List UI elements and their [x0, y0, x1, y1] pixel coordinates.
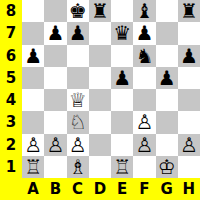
- rank-label-5: 5: [0, 67, 22, 89]
- square-a2[interactable]: ♙: [22, 134, 44, 156]
- square-e2[interactable]: [111, 134, 133, 156]
- square-h2[interactable]: ♙: [178, 134, 200, 156]
- square-b7[interactable]: ♟: [44, 22, 66, 44]
- square-f7[interactable]: ♟: [133, 22, 155, 44]
- square-c7[interactable]: ♟: [67, 22, 89, 44]
- file-label-f: F: [133, 178, 155, 200]
- black-rook-icon: ♜: [91, 1, 109, 21]
- file-label-c: C: [67, 178, 89, 200]
- rank-label-2: 2: [0, 134, 22, 156]
- square-b6[interactable]: [44, 45, 66, 67]
- square-b2[interactable]: ♙: [44, 134, 66, 156]
- file-label-e: E: [111, 178, 133, 200]
- square-g8[interactable]: [156, 0, 178, 22]
- white-pawn-icon: ♙: [69, 135, 87, 155]
- square-b3[interactable]: [44, 111, 66, 133]
- square-h3[interactable]: [178, 111, 200, 133]
- rank-label-8: 8: [0, 0, 22, 22]
- coordinate-corner: [0, 178, 22, 200]
- file-label-b: B: [44, 178, 66, 200]
- square-a6[interactable]: ♟: [22, 45, 44, 67]
- square-a7[interactable]: [22, 22, 44, 44]
- square-c1[interactable]: ♗: [67, 156, 89, 178]
- rank-label-3: 3: [0, 111, 22, 133]
- black-bishop-icon: ♝: [135, 1, 153, 21]
- square-b4[interactable]: [44, 89, 66, 111]
- black-pawn-icon: ♟: [46, 23, 64, 43]
- file-label-a: A: [22, 178, 44, 200]
- chess-diagram: 87654321 ♚♜♝♜♟♟♛♟♟♞♟♟♟♕♘♙♙♙♙♙♙♖♗♖♔ ABCDE…: [0, 0, 200, 200]
- square-h4[interactable]: [178, 89, 200, 111]
- square-d4[interactable]: [89, 89, 111, 111]
- white-rook-icon: ♖: [113, 157, 131, 177]
- black-queen-icon: ♛: [113, 23, 131, 43]
- square-f3[interactable]: ♙: [133, 111, 155, 133]
- square-c4[interactable]: ♕: [67, 89, 89, 111]
- white-pawn-icon: ♙: [46, 135, 64, 155]
- square-g3[interactable]: [156, 111, 178, 133]
- square-e5[interactable]: ♟: [111, 67, 133, 89]
- rank-label-7: 7: [0, 22, 22, 44]
- square-e7[interactable]: ♛: [111, 22, 133, 44]
- square-c5[interactable]: [67, 67, 89, 89]
- square-f2[interactable]: ♙: [133, 134, 155, 156]
- square-c6[interactable]: [67, 45, 89, 67]
- square-b1[interactable]: [44, 156, 66, 178]
- square-e1[interactable]: ♖: [111, 156, 133, 178]
- rank-labels: 87654321: [0, 0, 22, 178]
- square-a5[interactable]: [22, 67, 44, 89]
- square-c2[interactable]: ♙: [67, 134, 89, 156]
- black-pawn-icon: ♟: [113, 68, 131, 88]
- square-d7[interactable]: [89, 22, 111, 44]
- file-labels: ABCDEFGH: [22, 178, 200, 200]
- square-a8[interactable]: [22, 0, 44, 22]
- square-b8[interactable]: [44, 0, 66, 22]
- square-f4[interactable]: [133, 89, 155, 111]
- square-d3[interactable]: [89, 111, 111, 133]
- white-bishop-icon: ♗: [69, 157, 87, 177]
- rank-label-6: 6: [0, 45, 22, 67]
- square-h8[interactable]: ♜: [178, 0, 200, 22]
- black-pawn-icon: ♟: [158, 68, 176, 88]
- square-f1[interactable]: [133, 156, 155, 178]
- square-d2[interactable]: [89, 134, 111, 156]
- rank-label-1: 1: [0, 156, 22, 178]
- square-e3[interactable]: [111, 111, 133, 133]
- square-g5[interactable]: ♟: [156, 67, 178, 89]
- square-d6[interactable]: [89, 45, 111, 67]
- black-pawn-icon: ♟: [69, 23, 87, 43]
- square-f8[interactable]: ♝: [133, 0, 155, 22]
- black-knight-icon: ♞: [135, 46, 153, 66]
- square-g4[interactable]: [156, 89, 178, 111]
- square-h1[interactable]: [178, 156, 200, 178]
- black-pawn-icon: ♟: [24, 46, 42, 66]
- square-g6[interactable]: [156, 45, 178, 67]
- square-g7[interactable]: [156, 22, 178, 44]
- white-pawn-icon: ♙: [180, 135, 198, 155]
- chess-board: ♚♜♝♜♟♟♛♟♟♞♟♟♟♕♘♙♙♙♙♙♙♖♗♖♔: [22, 0, 200, 178]
- white-queen-icon: ♕: [69, 90, 87, 110]
- black-pawn-icon: ♟: [135, 23, 153, 43]
- rank-label-4: 4: [0, 89, 22, 111]
- square-a4[interactable]: [22, 89, 44, 111]
- white-pawn-icon: ♙: [135, 135, 153, 155]
- square-g2[interactable]: [156, 134, 178, 156]
- square-d8[interactable]: ♜: [89, 0, 111, 22]
- file-label-g: G: [156, 178, 178, 200]
- white-knight-icon: ♘: [69, 112, 87, 132]
- square-h7[interactable]: [178, 22, 200, 44]
- file-label-h: H: [178, 178, 200, 200]
- square-b5[interactable]: [44, 67, 66, 89]
- square-a1[interactable]: ♖: [22, 156, 44, 178]
- square-c8[interactable]: ♚: [67, 0, 89, 22]
- file-label-d: D: [89, 178, 111, 200]
- square-h5[interactable]: [178, 67, 200, 89]
- white-rook-icon: ♖: [24, 157, 42, 177]
- square-f6[interactable]: ♞: [133, 45, 155, 67]
- white-pawn-icon: ♙: [24, 135, 42, 155]
- square-d1[interactable]: [89, 156, 111, 178]
- square-f5[interactable]: [133, 67, 155, 89]
- white-pawn-icon: ♙: [135, 112, 153, 132]
- square-e4[interactable]: [111, 89, 133, 111]
- black-pawn-icon: ♟: [180, 46, 198, 66]
- square-c3[interactable]: ♘: [67, 111, 89, 133]
- black-rook-icon: ♜: [180, 1, 198, 21]
- square-e8[interactable]: [111, 0, 133, 22]
- black-king-icon: ♚: [69, 1, 87, 21]
- square-e6[interactable]: [111, 45, 133, 67]
- square-a3[interactable]: [22, 111, 44, 133]
- square-d5[interactable]: [89, 67, 111, 89]
- white-king-icon: ♔: [158, 157, 176, 177]
- square-h6[interactable]: ♟: [178, 45, 200, 67]
- square-g1[interactable]: ♔: [156, 156, 178, 178]
